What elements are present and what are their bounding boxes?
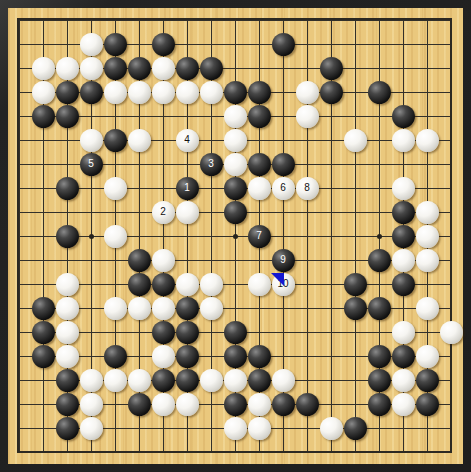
board-point[interactable]	[175, 392, 199, 416]
board-point[interactable]	[7, 392, 31, 416]
board-point[interactable]	[343, 104, 367, 128]
white-stone[interactable]	[416, 345, 439, 368]
board-point[interactable]	[391, 344, 415, 368]
board-point[interactable]	[343, 440, 367, 464]
board-point[interactable]	[103, 128, 127, 152]
white-stone[interactable]	[392, 129, 415, 152]
board-point[interactable]	[295, 104, 319, 128]
white-stone[interactable]	[176, 273, 199, 296]
board-point[interactable]: 7	[247, 224, 271, 248]
white-stone[interactable]	[392, 177, 415, 200]
board-point[interactable]	[439, 224, 463, 248]
board-point[interactable]	[271, 128, 295, 152]
board-point[interactable]	[103, 368, 127, 392]
board-point[interactable]	[175, 200, 199, 224]
board-point[interactable]	[127, 200, 151, 224]
black-stone[interactable]	[80, 81, 103, 104]
board-point[interactable]	[343, 416, 367, 440]
white-stone[interactable]	[416, 129, 439, 152]
board-point[interactable]	[31, 320, 55, 344]
board-point[interactable]: 1	[175, 176, 199, 200]
board-point[interactable]	[367, 320, 391, 344]
black-stone[interactable]	[368, 81, 391, 104]
board-point[interactable]	[223, 32, 247, 56]
board-point[interactable]	[175, 320, 199, 344]
board-point[interactable]	[415, 440, 439, 464]
black-stone[interactable]	[272, 33, 295, 56]
board-point[interactable]	[199, 200, 223, 224]
board-point[interactable]	[415, 248, 439, 272]
white-stone[interactable]	[416, 201, 439, 224]
board-point[interactable]	[103, 104, 127, 128]
white-stone[interactable]	[200, 81, 223, 104]
board-point[interactable]	[175, 344, 199, 368]
black-stone[interactable]	[176, 57, 199, 80]
board-point[interactable]	[31, 440, 55, 464]
white-stone[interactable]: 8	[296, 177, 319, 200]
board-point[interactable]	[31, 296, 55, 320]
board-point[interactable]	[199, 392, 223, 416]
board-point[interactable]	[7, 152, 31, 176]
board-point[interactable]	[391, 248, 415, 272]
black-stone[interactable]	[56, 417, 79, 440]
board-point[interactable]	[175, 248, 199, 272]
board-point[interactable]	[79, 32, 103, 56]
black-stone[interactable]	[224, 81, 247, 104]
white-stone[interactable]	[416, 249, 439, 272]
board-point[interactable]	[7, 80, 31, 104]
board-point[interactable]	[7, 104, 31, 128]
board-point[interactable]	[55, 368, 79, 392]
white-stone[interactable]	[248, 273, 271, 296]
board-point[interactable]	[103, 440, 127, 464]
board-point[interactable]	[391, 152, 415, 176]
white-stone[interactable]	[296, 81, 319, 104]
board-point[interactable]	[247, 8, 271, 32]
board-point[interactable]	[7, 176, 31, 200]
white-stone[interactable]	[152, 345, 175, 368]
board-point[interactable]	[79, 368, 103, 392]
board-point[interactable]	[103, 416, 127, 440]
board-point[interactable]	[319, 200, 343, 224]
white-stone[interactable]	[32, 81, 55, 104]
board-point[interactable]	[199, 368, 223, 392]
board-point[interactable]	[343, 128, 367, 152]
board-point[interactable]	[223, 104, 247, 128]
board-point[interactable]	[223, 368, 247, 392]
white-stone[interactable]	[80, 369, 103, 392]
board-point[interactable]	[31, 344, 55, 368]
white-stone[interactable]	[56, 273, 79, 296]
black-stone[interactable]	[32, 321, 55, 344]
board-point[interactable]	[175, 8, 199, 32]
board-point[interactable]	[223, 416, 247, 440]
board-point[interactable]	[223, 152, 247, 176]
board-point[interactable]	[151, 32, 175, 56]
board-point[interactable]	[343, 320, 367, 344]
board-point[interactable]	[415, 56, 439, 80]
board-point[interactable]	[79, 56, 103, 80]
board-point[interactable]	[439, 320, 463, 344]
board-point[interactable]	[367, 296, 391, 320]
board-point[interactable]	[151, 128, 175, 152]
board-point[interactable]	[223, 80, 247, 104]
black-stone[interactable]	[248, 345, 271, 368]
white-stone[interactable]	[416, 225, 439, 248]
board-point[interactable]	[103, 152, 127, 176]
board-point[interactable]	[7, 416, 31, 440]
board-point[interactable]	[391, 56, 415, 80]
board-point[interactable]	[199, 128, 223, 152]
black-stone[interactable]	[128, 393, 151, 416]
board-point[interactable]	[343, 392, 367, 416]
board-point[interactable]	[175, 416, 199, 440]
board-point[interactable]	[55, 32, 79, 56]
board-point[interactable]	[103, 224, 127, 248]
board-point[interactable]	[319, 368, 343, 392]
board-point[interactable]	[127, 128, 151, 152]
white-stone[interactable]	[224, 153, 247, 176]
white-stone[interactable]	[224, 105, 247, 128]
white-stone[interactable]	[152, 81, 175, 104]
board-point[interactable]	[439, 56, 463, 80]
board-point[interactable]	[31, 8, 55, 32]
board-point[interactable]	[319, 248, 343, 272]
board-point[interactable]	[319, 392, 343, 416]
board-point[interactable]	[319, 56, 343, 80]
board-point[interactable]	[343, 8, 367, 32]
white-stone[interactable]	[152, 249, 175, 272]
black-stone[interactable]	[392, 201, 415, 224]
white-stone[interactable]	[128, 369, 151, 392]
board-point[interactable]	[199, 416, 223, 440]
board-point[interactable]	[343, 344, 367, 368]
board-point[interactable]	[7, 32, 31, 56]
board-point[interactable]	[295, 32, 319, 56]
board-point[interactable]	[31, 152, 55, 176]
board-point[interactable]	[439, 248, 463, 272]
black-stone[interactable]: 3	[200, 153, 223, 176]
board-point[interactable]	[367, 368, 391, 392]
black-stone[interactable]	[392, 105, 415, 128]
board-point[interactable]	[223, 8, 247, 32]
board-point[interactable]	[319, 272, 343, 296]
board-point[interactable]	[199, 248, 223, 272]
white-stone[interactable]	[392, 249, 415, 272]
white-stone[interactable]	[296, 105, 319, 128]
board-point[interactable]	[439, 368, 463, 392]
board-point[interactable]	[343, 152, 367, 176]
board-point[interactable]	[199, 296, 223, 320]
white-stone[interactable]	[56, 297, 79, 320]
board-point[interactable]	[247, 272, 271, 296]
board-point[interactable]	[79, 224, 103, 248]
board-point[interactable]: 10	[271, 272, 295, 296]
black-stone[interactable]	[200, 57, 223, 80]
board-point[interactable]	[367, 224, 391, 248]
black-stone[interactable]	[296, 393, 319, 416]
board-point[interactable]	[79, 296, 103, 320]
board-point[interactable]	[175, 296, 199, 320]
board-point[interactable]: 8	[295, 176, 319, 200]
board-point[interactable]	[391, 416, 415, 440]
board-point[interactable]	[175, 224, 199, 248]
board-point[interactable]	[367, 440, 391, 464]
black-stone[interactable]: 5	[80, 153, 103, 176]
board-point[interactable]	[439, 344, 463, 368]
board-point[interactable]	[319, 440, 343, 464]
black-stone[interactable]	[32, 105, 55, 128]
board-point[interactable]	[271, 416, 295, 440]
board-point[interactable]	[247, 200, 271, 224]
board-point[interactable]	[343, 80, 367, 104]
white-stone[interactable]	[272, 369, 295, 392]
board-point[interactable]	[31, 200, 55, 224]
white-stone[interactable]	[392, 393, 415, 416]
board-point[interactable]	[55, 320, 79, 344]
board-point[interactable]	[7, 296, 31, 320]
board-point[interactable]	[175, 368, 199, 392]
black-stone[interactable]	[416, 393, 439, 416]
black-stone[interactable]	[32, 345, 55, 368]
black-stone[interactable]	[104, 345, 127, 368]
board-point[interactable]: 6	[271, 176, 295, 200]
black-stone[interactable]	[224, 321, 247, 344]
board-point[interactable]	[7, 368, 31, 392]
black-stone[interactable]	[272, 393, 295, 416]
black-stone[interactable]	[320, 81, 343, 104]
board-point[interactable]	[271, 440, 295, 464]
board-point[interactable]	[439, 104, 463, 128]
board-point[interactable]	[271, 80, 295, 104]
board-point[interactable]	[7, 128, 31, 152]
board-point[interactable]	[55, 440, 79, 464]
black-stone[interactable]	[368, 393, 391, 416]
board-point[interactable]	[439, 272, 463, 296]
board-point[interactable]	[367, 104, 391, 128]
board-point[interactable]	[415, 392, 439, 416]
black-stone[interactable]	[128, 57, 151, 80]
board-point[interactable]	[55, 80, 79, 104]
board-point[interactable]	[415, 8, 439, 32]
white-stone[interactable]	[320, 417, 343, 440]
black-stone[interactable]	[344, 273, 367, 296]
board-point[interactable]	[271, 152, 295, 176]
white-stone[interactable]	[152, 297, 175, 320]
black-stone[interactable]	[56, 81, 79, 104]
board-point[interactable]	[295, 296, 319, 320]
board-point[interactable]	[7, 440, 31, 464]
board-point[interactable]	[295, 272, 319, 296]
black-stone[interactable]	[248, 81, 271, 104]
board-point[interactable]	[103, 32, 127, 56]
board-point[interactable]	[295, 248, 319, 272]
go-board[interactable]: 45316827910	[8, 8, 463, 464]
white-stone[interactable]	[176, 393, 199, 416]
board-point[interactable]	[367, 200, 391, 224]
board-point[interactable]	[55, 344, 79, 368]
board-point[interactable]	[247, 392, 271, 416]
board-point[interactable]	[127, 8, 151, 32]
board-point[interactable]	[175, 440, 199, 464]
board-point[interactable]	[175, 56, 199, 80]
board-point[interactable]	[223, 248, 247, 272]
board-point[interactable]: 3	[199, 152, 223, 176]
white-stone[interactable]	[32, 57, 55, 80]
board-point[interactable]	[367, 80, 391, 104]
board-point[interactable]	[271, 8, 295, 32]
board-point[interactable]	[247, 320, 271, 344]
board-point[interactable]	[343, 272, 367, 296]
board-point[interactable]	[31, 56, 55, 80]
board-point[interactable]	[55, 176, 79, 200]
black-stone[interactable]	[56, 177, 79, 200]
black-stone[interactable]	[152, 369, 175, 392]
board-point[interactable]	[151, 224, 175, 248]
board-point[interactable]	[367, 344, 391, 368]
board-point[interactable]	[439, 8, 463, 32]
board-point[interactable]	[223, 440, 247, 464]
board-point[interactable]	[271, 224, 295, 248]
black-stone[interactable]	[56, 105, 79, 128]
white-stone[interactable]	[224, 369, 247, 392]
white-stone[interactable]	[56, 57, 79, 80]
board-point[interactable]	[391, 368, 415, 392]
board-point[interactable]	[247, 248, 271, 272]
board-point[interactable]	[223, 272, 247, 296]
board-point[interactable]	[367, 128, 391, 152]
board-point[interactable]	[295, 368, 319, 392]
board-point[interactable]	[271, 56, 295, 80]
board-point[interactable]	[271, 320, 295, 344]
board-point[interactable]	[103, 320, 127, 344]
board-point[interactable]	[199, 440, 223, 464]
board-point[interactable]	[31, 176, 55, 200]
board-point[interactable]	[295, 320, 319, 344]
board-point[interactable]	[127, 80, 151, 104]
board-point[interactable]	[151, 56, 175, 80]
board-point[interactable]	[439, 416, 463, 440]
board-point[interactable]	[31, 272, 55, 296]
board-point[interactable]	[343, 368, 367, 392]
board-point[interactable]	[391, 200, 415, 224]
white-stone[interactable]: 2	[152, 201, 175, 224]
board-point[interactable]	[415, 32, 439, 56]
board-point[interactable]	[151, 176, 175, 200]
board-point[interactable]	[247, 344, 271, 368]
board-point[interactable]	[415, 80, 439, 104]
board-point[interactable]	[271, 344, 295, 368]
board-point[interactable]	[295, 128, 319, 152]
board-point[interactable]	[7, 200, 31, 224]
black-stone[interactable]	[272, 153, 295, 176]
black-stone[interactable]	[56, 369, 79, 392]
board-point[interactable]	[127, 392, 151, 416]
board-point[interactable]	[79, 416, 103, 440]
board-point[interactable]	[199, 272, 223, 296]
board-point[interactable]	[223, 344, 247, 368]
board-point[interactable]	[79, 344, 103, 368]
white-stone[interactable]	[104, 81, 127, 104]
board-point[interactable]	[79, 104, 103, 128]
board-point[interactable]	[103, 296, 127, 320]
board-point[interactable]	[127, 440, 151, 464]
board-point[interactable]	[151, 368, 175, 392]
board-point[interactable]: 9	[271, 248, 295, 272]
board-point[interactable]	[295, 344, 319, 368]
board-point[interactable]	[151, 152, 175, 176]
board-point[interactable]	[55, 8, 79, 32]
board-point[interactable]	[55, 152, 79, 176]
board-point[interactable]	[415, 104, 439, 128]
board-point[interactable]	[439, 296, 463, 320]
board-point[interactable]	[199, 8, 223, 32]
board-point[interactable]	[79, 80, 103, 104]
board-point[interactable]	[7, 56, 31, 80]
board-point[interactable]	[295, 416, 319, 440]
board-point[interactable]	[127, 176, 151, 200]
white-stone[interactable]	[440, 321, 463, 344]
board-point[interactable]	[295, 440, 319, 464]
board-point[interactable]	[295, 56, 319, 80]
black-stone[interactable]	[176, 321, 199, 344]
board-point[interactable]	[391, 224, 415, 248]
board-point[interactable]	[247, 416, 271, 440]
black-stone[interactable]	[104, 57, 127, 80]
black-stone[interactable]	[56, 393, 79, 416]
board-point[interactable]	[31, 248, 55, 272]
board-point[interactable]	[295, 152, 319, 176]
black-stone[interactable]	[248, 153, 271, 176]
board-point[interactable]	[55, 296, 79, 320]
white-stone[interactable]	[104, 297, 127, 320]
board-point[interactable]	[439, 32, 463, 56]
board-point[interactable]	[391, 176, 415, 200]
white-stone[interactable]	[392, 321, 415, 344]
board-point[interactable]	[391, 80, 415, 104]
board-point[interactable]	[295, 200, 319, 224]
board-point[interactable]	[127, 368, 151, 392]
board-point[interactable]	[7, 8, 31, 32]
black-stone[interactable]	[224, 393, 247, 416]
board-point[interactable]	[55, 392, 79, 416]
white-stone[interactable]	[224, 129, 247, 152]
board-point[interactable]	[247, 368, 271, 392]
board-point[interactable]	[151, 296, 175, 320]
board-point[interactable]	[247, 56, 271, 80]
board-point[interactable]	[367, 272, 391, 296]
board-point[interactable]	[31, 128, 55, 152]
board-point[interactable]	[247, 80, 271, 104]
white-stone[interactable]	[104, 225, 127, 248]
white-stone[interactable]	[392, 369, 415, 392]
board-point[interactable]	[367, 416, 391, 440]
board-point[interactable]	[367, 56, 391, 80]
board-point[interactable]	[367, 32, 391, 56]
white-stone[interactable]	[200, 273, 223, 296]
white-stone[interactable]	[80, 57, 103, 80]
white-stone[interactable]	[248, 393, 271, 416]
board-point[interactable]	[367, 8, 391, 32]
black-stone[interactable]	[368, 345, 391, 368]
white-stone[interactable]: 6	[272, 177, 295, 200]
board-point[interactable]	[247, 104, 271, 128]
black-stone[interactable]	[368, 249, 391, 272]
board-point[interactable]	[223, 296, 247, 320]
white-stone[interactable]: 4	[176, 129, 199, 152]
board-point[interactable]	[127, 224, 151, 248]
board-point[interactable]	[31, 368, 55, 392]
